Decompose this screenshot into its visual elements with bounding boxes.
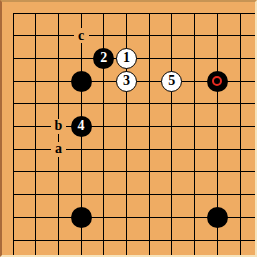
point-label-b: b bbox=[51, 119, 66, 134]
stone-white-move-3: 3 bbox=[116, 71, 137, 92]
intersection-grid: cba21354 bbox=[2, 2, 252, 252]
stone-black bbox=[71, 71, 92, 92]
go-board-diagram: cba21354 bbox=[0, 0, 257, 257]
stone-black bbox=[207, 207, 228, 228]
stone-black-move-2: 2 bbox=[93, 48, 114, 69]
stone-black-move-4: 4 bbox=[71, 116, 92, 137]
stone-black bbox=[71, 207, 92, 228]
circle-marker-icon bbox=[212, 76, 222, 86]
stone-white-move-1: 1 bbox=[116, 48, 137, 69]
stone-white-move-5: 5 bbox=[161, 71, 182, 92]
point-label-a: a bbox=[51, 142, 66, 157]
stone-black-circled bbox=[207, 71, 228, 92]
point-label-c: c bbox=[74, 28, 89, 43]
